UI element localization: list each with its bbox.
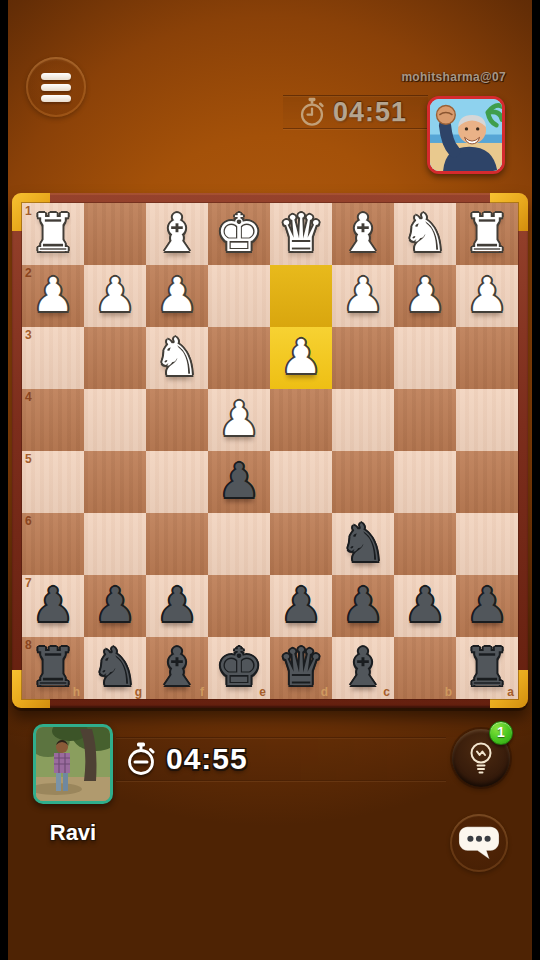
game-screen: mohitsharma@07 04:51 (0, 0, 540, 960)
square-b6[interactable] (394, 513, 456, 575)
opponent-clock: 04:51 (333, 97, 407, 128)
square-d8[interactable]: d♛ (270, 637, 332, 699)
file-label-f: f (200, 685, 204, 699)
piece-white-pawn-e4: ♟ (208, 389, 270, 451)
rank-label-6: 6 (25, 514, 32, 528)
square-a2[interactable]: ♟ (456, 265, 518, 327)
file-label-g: g (135, 685, 142, 699)
square-f8[interactable]: f♝ (146, 637, 208, 699)
piece-white-knight-b1: ♞ (394, 203, 456, 265)
piece-white-pawn-f2: ♟ (146, 265, 208, 327)
stopwatch-icon (126, 742, 156, 776)
piece-white-pawn-g2: ♟ (84, 265, 146, 327)
square-f3[interactable]: ♞ (146, 327, 208, 389)
square-f4[interactable] (146, 389, 208, 451)
square-d3[interactable]: ♟ (270, 327, 332, 389)
square-a8[interactable]: a♜ (456, 637, 518, 699)
square-b4[interactable] (394, 389, 456, 451)
cartoon-man-raised-fist-image (430, 99, 502, 171)
square-g4[interactable] (84, 389, 146, 451)
square-a4[interactable] (456, 389, 518, 451)
piece-white-rook-a1: ♜ (456, 203, 518, 265)
rank-label-4: 4 (25, 390, 32, 404)
piece-white-pawn-a2: ♟ (456, 265, 518, 327)
piece-black-pawn-d7: ♟ (270, 575, 332, 637)
square-h4[interactable]: 4 (22, 389, 84, 451)
square-g5[interactable] (84, 451, 146, 513)
piece-white-king-e1: ♚ (208, 203, 270, 265)
square-a3[interactable] (456, 327, 518, 389)
square-h7[interactable]: 7♟ (22, 575, 84, 637)
hint-count-badge: 1 (489, 721, 513, 745)
square-c8[interactable]: c♝ (332, 637, 394, 699)
square-a7[interactable]: ♟ (456, 575, 518, 637)
square-b1[interactable]: ♞ (394, 203, 456, 265)
square-f5[interactable] (146, 451, 208, 513)
square-c2[interactable]: ♟ (332, 265, 394, 327)
piece-black-pawn-a7: ♟ (456, 575, 518, 637)
square-g3[interactable] (84, 327, 146, 389)
piece-black-pawn-c7: ♟ (332, 575, 394, 637)
square-a5[interactable] (456, 451, 518, 513)
square-e3[interactable] (208, 327, 270, 389)
square-g6[interactable] (84, 513, 146, 575)
square-h1[interactable]: 1♜ (22, 203, 84, 265)
piece-black-pawn-f7: ♟ (146, 575, 208, 637)
square-f2[interactable]: ♟ (146, 265, 208, 327)
photo-man-by-tree-image (36, 727, 110, 801)
file-label-e: e (259, 685, 266, 699)
opponent-clock-panel: 04:51 (283, 95, 428, 129)
square-b8[interactable]: b (394, 637, 456, 699)
square-h5[interactable]: 5 (22, 451, 84, 513)
chat-button[interactable] (450, 814, 508, 872)
square-d7[interactable]: ♟ (270, 575, 332, 637)
player-clock: 04:55 (166, 742, 248, 776)
piece-white-pawn-c2: ♟ (332, 265, 394, 327)
square-g8[interactable]: g♞ (84, 637, 146, 699)
piece-white-knight-f3: ♞ (146, 327, 208, 389)
menu-button[interactable] (26, 57, 86, 117)
square-e4[interactable]: ♟ (208, 389, 270, 451)
square-d4[interactable] (270, 389, 332, 451)
opponent-username: mohitsharma@07 (401, 70, 506, 84)
piece-black-knight-c6: ♞ (332, 513, 394, 575)
rank-label-5: 5 (25, 452, 32, 466)
square-d2[interactable] (270, 265, 332, 327)
square-e7[interactable] (208, 575, 270, 637)
piece-white-pawn-b2: ♟ (394, 265, 456, 327)
square-h8[interactable]: 8h♜ (22, 637, 84, 699)
square-b2[interactable]: ♟ (394, 265, 456, 327)
square-c5[interactable] (332, 451, 394, 513)
player-name: Ravi (23, 820, 123, 846)
chess-board: 1♜♝♚♛♝♞♜2♟♟♟♟♟♟3♞♟4♟5♟6♞7♟♟♟♟♟♟♟8h♜g♞f♝e… (22, 203, 518, 699)
rank-label-3: 3 (25, 328, 32, 342)
square-h6[interactable]: 6 (22, 513, 84, 575)
square-c3[interactable] (332, 327, 394, 389)
square-d6[interactable] (270, 513, 332, 575)
square-e6[interactable] (208, 513, 270, 575)
square-c4[interactable] (332, 389, 394, 451)
square-f6[interactable] (146, 513, 208, 575)
piece-white-bishop-f1: ♝ (146, 203, 208, 265)
piece-black-pawn-b7: ♟ (394, 575, 456, 637)
chat-bubble-icon (458, 823, 500, 863)
player-clock-panel: 04:55 (116, 737, 446, 781)
square-d1[interactable]: ♛ (270, 203, 332, 265)
square-f1[interactable]: ♝ (146, 203, 208, 265)
lightbulb-icon (465, 740, 497, 776)
square-e5[interactable]: ♟ (208, 451, 270, 513)
file-label-d: d (321, 685, 328, 699)
piece-white-pawn-d3: ♟ (270, 327, 332, 389)
piece-white-queen-d1: ♛ (270, 203, 332, 265)
rank-label-7: 7 (25, 576, 32, 590)
file-label-b: b (445, 685, 452, 699)
file-label-h: h (73, 685, 80, 699)
rank-label-8: 8 (25, 638, 32, 652)
square-e1[interactable]: ♚ (208, 203, 270, 265)
square-g2[interactable]: ♟ (84, 265, 146, 327)
square-h3[interactable]: 3 (22, 327, 84, 389)
piece-black-pawn-g7: ♟ (84, 575, 146, 637)
piece-white-bishop-c1: ♝ (332, 203, 394, 265)
opponent-avatar (427, 96, 505, 174)
square-g7[interactable]: ♟ (84, 575, 146, 637)
stopwatch-icon (299, 97, 325, 127)
file-label-c: c (383, 685, 390, 699)
square-e2[interactable] (208, 265, 270, 327)
square-b7[interactable]: ♟ (394, 575, 456, 637)
square-c1[interactable]: ♝ (332, 203, 394, 265)
square-c6[interactable]: ♞ (332, 513, 394, 575)
piece-black-bishop-f8: ♝ (146, 637, 208, 699)
piece-black-pawn-e5: ♟ (208, 451, 270, 513)
rank-label-2: 2 (25, 266, 32, 280)
square-c7[interactable]: ♟ (332, 575, 394, 637)
square-f7[interactable]: ♟ (146, 575, 208, 637)
rank-label-1: 1 (25, 204, 32, 218)
square-a6[interactable] (456, 513, 518, 575)
square-b5[interactable] (394, 451, 456, 513)
square-e8[interactable]: e♚ (208, 637, 270, 699)
square-d5[interactable] (270, 451, 332, 513)
file-label-a: a (507, 685, 514, 699)
square-g1[interactable] (84, 203, 146, 265)
player-avatar (33, 724, 113, 804)
square-a1[interactable]: ♜ (456, 203, 518, 265)
square-h2[interactable]: 2♟ (22, 265, 84, 327)
square-b3[interactable] (394, 327, 456, 389)
